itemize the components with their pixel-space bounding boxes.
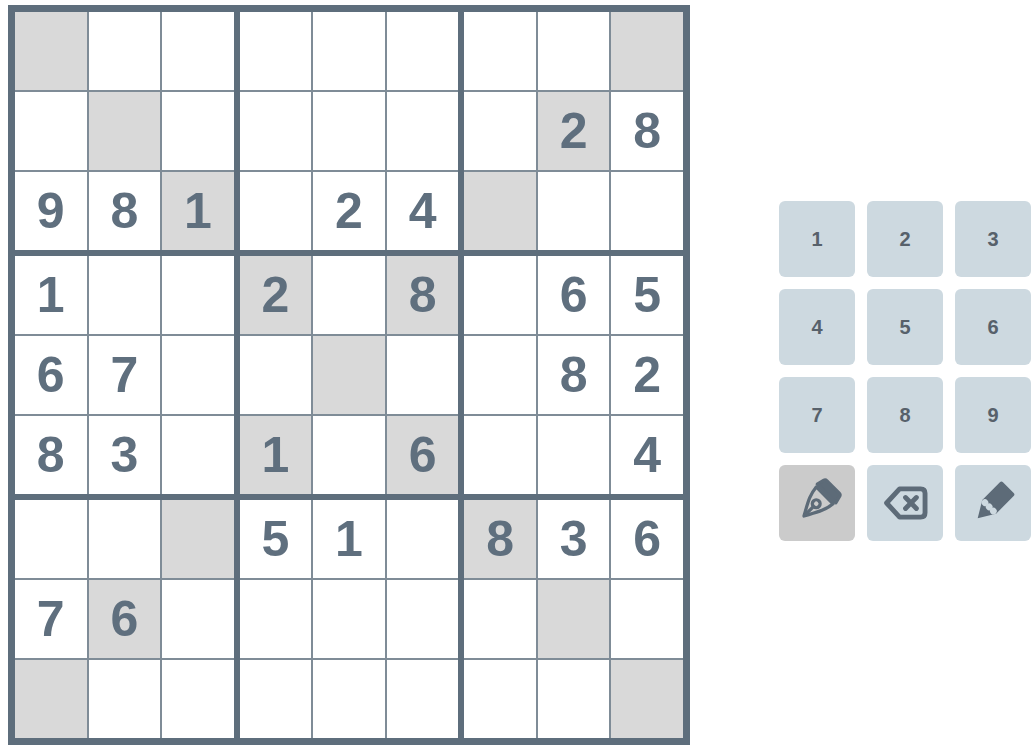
cell-r9c7[interactable]: [464, 660, 536, 738]
cell-r4c3[interactable]: [162, 256, 234, 334]
cell-r8c8[interactable]: [538, 580, 610, 658]
cell-r1c4[interactable]: [240, 12, 312, 90]
box-5: 65824: [464, 256, 683, 494]
cell-r7c4[interactable]: 5: [240, 500, 312, 578]
cell-r4c2[interactable]: [89, 256, 161, 334]
cell-r3c7[interactable]: [464, 172, 536, 250]
digit-4-button[interactable]: 4: [779, 289, 855, 365]
cell-r6c8[interactable]: [538, 416, 610, 494]
cell-r4c5[interactable]: [313, 256, 385, 334]
sudoku-board: 981 24 28 16783 2816 65824 76 51 836: [8, 5, 690, 745]
cell-r2c3[interactable]: [162, 92, 234, 170]
cell-r3c8[interactable]: [538, 172, 610, 250]
digit-3-button[interactable]: 3: [955, 201, 1031, 277]
cell-r2c4[interactable]: [240, 92, 312, 170]
cell-r4c8[interactable]: 6: [538, 256, 610, 334]
cell-r6c6[interactable]: 6: [387, 416, 459, 494]
digit-2-button[interactable]: 2: [867, 201, 943, 277]
digit-7-button[interactable]: 7: [779, 377, 855, 453]
cell-r2c7[interactable]: [464, 92, 536, 170]
cell-r1c3[interactable]: [162, 12, 234, 90]
cell-r1c8[interactable]: [538, 12, 610, 90]
cell-r7c6[interactable]: [387, 500, 459, 578]
cell-r8c6[interactable]: [387, 580, 459, 658]
cell-r6c3[interactable]: [162, 416, 234, 494]
cell-r3c9[interactable]: [611, 172, 683, 250]
box-7: 51: [240, 500, 459, 738]
cell-r2c1[interactable]: [15, 92, 87, 170]
cell-r7c1[interactable]: [15, 500, 87, 578]
cell-r6c2[interactable]: 3: [89, 416, 161, 494]
digit-8-button[interactable]: 8: [867, 377, 943, 453]
box-1: 24: [240, 12, 459, 250]
cell-r5c7[interactable]: [464, 336, 536, 414]
cell-r2c5[interactable]: [313, 92, 385, 170]
cell-r3c1[interactable]: 9: [15, 172, 87, 250]
box-3: 16783: [15, 256, 234, 494]
cell-r8c1[interactable]: 7: [15, 580, 87, 658]
cell-r5c3[interactable]: [162, 336, 234, 414]
cell-r3c2[interactable]: 8: [89, 172, 161, 250]
cell-r1c7[interactable]: [464, 12, 536, 90]
cell-r8c9[interactable]: [611, 580, 683, 658]
pen-button[interactable]: [779, 465, 855, 541]
box-4: 2816: [240, 256, 459, 494]
cell-r2c2[interactable]: [89, 92, 161, 170]
cell-r4c7[interactable]: [464, 256, 536, 334]
digit-5-button[interactable]: 5: [867, 289, 943, 365]
box-6: 76: [15, 500, 234, 738]
cell-r8c7[interactable]: [464, 580, 536, 658]
backspace-icon: [879, 477, 931, 529]
cell-r9c6[interactable]: [387, 660, 459, 738]
box-8: 836: [464, 500, 683, 738]
cell-r8c5[interactable]: [313, 580, 385, 658]
cell-r7c9[interactable]: 6: [611, 500, 683, 578]
cell-r5c9[interactable]: 2: [611, 336, 683, 414]
cell-r8c3[interactable]: [162, 580, 234, 658]
cell-r4c9[interactable]: 5: [611, 256, 683, 334]
cell-r3c6[interactable]: 4: [387, 172, 459, 250]
box-0: 981: [15, 12, 234, 250]
cell-r5c4[interactable]: [240, 336, 312, 414]
cell-r9c1[interactable]: [15, 660, 87, 738]
cell-r6c1[interactable]: 8: [15, 416, 87, 494]
cell-r8c2[interactable]: 6: [89, 580, 161, 658]
pen-nib-icon: [791, 477, 843, 529]
digit-1-button[interactable]: 1: [779, 201, 855, 277]
cell-r9c3[interactable]: [162, 660, 234, 738]
cell-r2c9[interactable]: 8: [611, 92, 683, 170]
cell-r9c4[interactable]: [240, 660, 312, 738]
cell-r1c1[interactable]: [15, 12, 87, 90]
cell-r9c8[interactable]: [538, 660, 610, 738]
cell-r5c6[interactable]: [387, 336, 459, 414]
cell-r5c8[interactable]: 8: [538, 336, 610, 414]
cell-r8c4[interactable]: [240, 580, 312, 658]
cell-r2c8[interactable]: 2: [538, 92, 610, 170]
cell-r7c3[interactable]: [162, 500, 234, 578]
cell-r7c8[interactable]: 3: [538, 500, 610, 578]
pencil-button[interactable]: [955, 465, 1031, 541]
cell-r3c5[interactable]: 2: [313, 172, 385, 250]
number-pad: 123456789: [779, 201, 1031, 541]
cell-r5c5[interactable]: [313, 336, 385, 414]
cell-r2c6[interactable]: [387, 92, 459, 170]
box-2: 28: [464, 12, 683, 250]
cell-r4c6[interactable]: 8: [387, 256, 459, 334]
cell-r9c2[interactable]: [89, 660, 161, 738]
cell-r1c5[interactable]: [313, 12, 385, 90]
cell-r7c5[interactable]: 1: [313, 500, 385, 578]
cell-r3c4[interactable]: [240, 172, 312, 250]
cell-r7c7[interactable]: 8: [464, 500, 536, 578]
cell-r6c7[interactable]: [464, 416, 536, 494]
cell-r9c9[interactable]: [611, 660, 683, 738]
cell-r5c2[interactable]: 7: [89, 336, 161, 414]
cell-r1c6[interactable]: [387, 12, 459, 90]
cell-r9c5[interactable]: [313, 660, 385, 738]
erase-button[interactable]: [867, 465, 943, 541]
cell-r7c2[interactable]: [89, 500, 161, 578]
cell-r1c2[interactable]: [89, 12, 161, 90]
cell-r6c4[interactable]: 1: [240, 416, 312, 494]
cell-r4c1[interactable]: 1: [15, 256, 87, 334]
cell-r5c1[interactable]: 6: [15, 336, 87, 414]
cell-r1c9[interactable]: [611, 12, 683, 90]
cell-r6c5[interactable]: [313, 416, 385, 494]
digit-9-button[interactable]: 9: [955, 377, 1031, 453]
cell-r6c9[interactable]: 4: [611, 416, 683, 494]
pencil-icon: [967, 477, 1019, 529]
cell-r4c4[interactable]: 2: [240, 256, 312, 334]
cell-r3c3[interactable]: 1: [162, 172, 234, 250]
digit-6-button[interactable]: 6: [955, 289, 1031, 365]
